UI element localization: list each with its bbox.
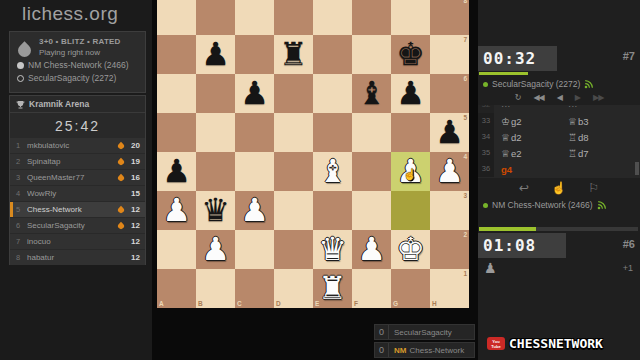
- piece-white-pawn-b2[interactable]: ♟: [196, 230, 235, 269]
- standings-row[interactable]: 5Chess-Network12: [10, 202, 145, 217]
- chess-board[interactable]: 8♟♜♚7♟♝♟6♟5♟♝♟☝♟4♟♛♟3♟♛♟♚2ABCD♜EFG1H: [157, 0, 469, 308]
- broadcast-icon: [597, 200, 607, 210]
- file-label-F: F: [354, 300, 358, 307]
- material-advantage-value: +1: [623, 263, 633, 273]
- square-h7[interactable]: 7: [430, 35, 469, 74]
- streak-flame-icon: [117, 141, 125, 149]
- standing-rank: 5: [16, 205, 27, 214]
- square-d1[interactable]: D: [274, 269, 313, 308]
- square-e4[interactable]: ♝: [313, 152, 352, 191]
- nm-title-badge: NM: [394, 346, 406, 355]
- figurine-icon: ♕: [501, 148, 510, 159]
- black-move[interactable]: ♖d7: [561, 148, 628, 159]
- square-c5[interactable]: [235, 113, 274, 152]
- material-advantage: ♟ +1: [478, 260, 640, 278]
- lichess-logo[interactable]: lichess.org: [22, 3, 118, 25]
- standing-rank: 7: [16, 237, 27, 246]
- cycle-move-button[interactable]: ↻: [515, 93, 521, 102]
- tournament-clock: 25:42: [10, 113, 145, 138]
- piece-black-queen-b3[interactable]: ♛: [196, 191, 235, 230]
- move-text: d2: [511, 132, 522, 143]
- move-text: b3: [578, 116, 589, 127]
- piece-black-bishop-f6[interactable]: ♝: [352, 74, 391, 113]
- file-label-C: C: [237, 300, 242, 307]
- move-text: d7: [578, 148, 589, 159]
- square-g4[interactable]: ♟☝: [391, 152, 430, 191]
- white-move[interactable]: g4: [494, 164, 561, 175]
- rank-label-4: 4: [463, 153, 467, 160]
- black-color-icon: [17, 75, 24, 82]
- black-player-row[interactable]: SecularSagacity (2272): [483, 79, 594, 89]
- black-move[interactable]: ···: [561, 105, 628, 111]
- square-g2[interactable]: ♚: [391, 230, 430, 269]
- online-dot-icon: [483, 203, 488, 208]
- streak-flame-icon: [117, 221, 125, 229]
- square-c1[interactable]: C: [235, 269, 274, 308]
- square-e5[interactable]: [313, 113, 352, 152]
- blitz-flame-icon: [15, 41, 33, 59]
- piece-white-pawn-a3[interactable]: ♟: [157, 191, 196, 230]
- black-clock: 00:32: [478, 46, 557, 71]
- standing-score: 20: [127, 141, 140, 150]
- piece-white-queen-e2[interactable]: ♛: [313, 230, 352, 269]
- file-label-G: G: [393, 300, 398, 307]
- square-d4[interactable]: [274, 152, 313, 191]
- square-b7[interactable]: ♟: [196, 35, 235, 74]
- move-row: 32······: [478, 105, 640, 113]
- standing-player-name: inocuo: [27, 237, 127, 246]
- square-e2[interactable]: ♛: [313, 230, 352, 269]
- square-f7[interactable]: [352, 35, 391, 74]
- rank-label-1: 1: [463, 270, 467, 277]
- score-bar-black[interactable]: 0 SecularSagacity: [374, 324, 475, 340]
- mouse-cursor-icon: ☝: [403, 168, 417, 181]
- move-text: e2: [511, 148, 522, 159]
- next-move-button[interactable]: ▶: [575, 93, 580, 102]
- white-move[interactable]: ♕e2: [494, 148, 561, 159]
- move-row: 33♔g2♕b3: [478, 113, 640, 129]
- square-f8[interactable]: [352, 0, 391, 35]
- square-f3[interactable]: [352, 191, 391, 230]
- square-a1[interactable]: A: [157, 269, 196, 308]
- move-row: 34♕d2♖d8: [478, 129, 640, 145]
- square-a8[interactable]: [157, 0, 196, 35]
- square-f4[interactable]: [352, 152, 391, 191]
- square-e1[interactable]: ♜E: [313, 269, 352, 308]
- standing-rank: 2: [16, 157, 27, 166]
- square-a5[interactable]: [157, 113, 196, 152]
- piece-black-pawn-c6[interactable]: ♟: [235, 74, 274, 113]
- standing-score: 16: [127, 173, 140, 182]
- screen: lichess.org 3+0 • BLITZ • RATED Playing …: [0, 0, 640, 360]
- time-control-label: 3+0 • BLITZ • RATED: [39, 37, 138, 46]
- black-move[interactable]: ♕b3: [561, 116, 628, 127]
- standing-rank: 4: [16, 189, 27, 198]
- piece-white-pawn-f2[interactable]: ♟: [352, 230, 391, 269]
- square-c2[interactable]: [235, 230, 274, 269]
- scrollbar-thumb[interactable]: [635, 162, 639, 175]
- standing-score: 12: [127, 237, 140, 246]
- takeback-button[interactable]: ↩: [519, 181, 529, 195]
- piece-white-king-g2[interactable]: ♚: [391, 230, 430, 269]
- square-d5[interactable]: [274, 113, 313, 152]
- move-number: 33: [478, 113, 494, 129]
- standing-rank: 1: [16, 141, 27, 150]
- move-row: 36g4: [478, 161, 640, 177]
- white-move[interactable]: ···: [494, 105, 561, 111]
- move-text: g2: [511, 116, 522, 127]
- rank-label-3: 3: [463, 192, 467, 199]
- file-label-B: B: [198, 300, 203, 307]
- standings-row[interactable]: 8habatur12: [10, 250, 145, 265]
- standing-player-name: habatur: [27, 253, 127, 262]
- youtube-icon: You Tube: [487, 337, 505, 350]
- square-c8[interactable]: [235, 0, 274, 35]
- square-f6[interactable]: ♝: [352, 74, 391, 113]
- last-move-button[interactable]: ▶▶: [593, 93, 603, 102]
- channel-branding: You Tube CHESSNETWORK: [478, 336, 640, 356]
- standing-player-name: QueenMaster77: [27, 173, 118, 182]
- square-a6[interactable]: [157, 74, 196, 113]
- standing-score: 12: [127, 253, 140, 262]
- piece-black-king-g7[interactable]: ♚: [391, 35, 430, 74]
- white-tournament-standing: #6: [623, 238, 635, 250]
- standings-list: 1mkbulatovic202Spinaltap193QueenMaster77…: [10, 138, 145, 265]
- piece-black-pawn-a4[interactable]: ♟: [157, 152, 196, 191]
- standings-row[interactable]: 1mkbulatovic20: [10, 138, 145, 153]
- square-c6[interactable]: ♟: [235, 74, 274, 113]
- sidebar: lichess.org 3+0 • BLITZ • RATED Playing …: [0, 0, 152, 360]
- score-player-name: NMChess-Network: [389, 346, 464, 355]
- square-d2[interactable]: [274, 230, 313, 269]
- square-h5[interactable]: ♟5: [430, 113, 469, 152]
- resign-button[interactable]: ⚐: [588, 181, 599, 195]
- piece-black-rook-d7[interactable]: ♜: [274, 35, 313, 74]
- move-text: d8: [578, 132, 589, 143]
- square-h8[interactable]: 8: [430, 0, 469, 35]
- file-label-H: H: [432, 300, 437, 307]
- move-text: g4: [501, 164, 512, 175]
- first-move-button[interactable]: ◀◀: [533, 93, 543, 102]
- online-dot-icon: [483, 82, 488, 87]
- figurine-icon: ♔: [501, 116, 510, 127]
- standing-score: 15: [127, 189, 140, 198]
- square-e3[interactable]: [313, 191, 352, 230]
- score-count: 0: [375, 325, 389, 339]
- game-side-panel: 00:32 #7 SecularSagacity (2272) ↻◀◀◀▶▶▶ …: [478, 0, 640, 360]
- tournament-name: Kramnik Arena: [29, 99, 89, 109]
- standing-player-name: mkbulatovic: [27, 141, 118, 150]
- move-number: 36: [478, 161, 494, 177]
- move-navigation: ↻◀◀◀▶▶▶: [478, 91, 640, 104]
- square-f2[interactable]: ♟: [352, 230, 391, 269]
- square-h1[interactable]: 1H: [430, 269, 469, 308]
- white-move[interactable]: ♕d2: [494, 132, 561, 143]
- captured-pawn-icon: ♟: [484, 260, 497, 276]
- square-a4[interactable]: ♟: [157, 152, 196, 191]
- figurine-icon: ♖: [568, 148, 577, 159]
- square-f5[interactable]: [352, 113, 391, 152]
- square-d7[interactable]: ♜: [274, 35, 313, 74]
- move-text: ···: [501, 105, 511, 111]
- square-h3[interactable]: 3: [430, 191, 469, 230]
- rank-label-6: 6: [463, 75, 467, 82]
- rank-label-8: 8: [463, 0, 467, 4]
- standing-player-name: WowRly: [27, 189, 127, 198]
- square-c7[interactable]: [235, 35, 274, 74]
- score-player-name: SecularSagacity: [389, 328, 452, 337]
- black-player-name: SecularSagacity (2272): [492, 79, 580, 89]
- standing-rank: 6: [16, 221, 27, 230]
- white-player-row[interactable]: NM Chess-Network (2466): [17, 60, 138, 70]
- standing-rank: 3: [16, 173, 27, 182]
- tournament-header[interactable]: Kramnik Arena: [10, 96, 145, 113]
- square-b2[interactable]: ♟: [196, 230, 235, 269]
- piece-white-pawn-c3[interactable]: ♟: [235, 191, 274, 230]
- square-g5[interactable]: [391, 113, 430, 152]
- game-info-panel: 3+0 • BLITZ • RATED Playing right now NM…: [9, 31, 146, 93]
- square-e7[interactable]: [313, 35, 352, 74]
- move-number: 35: [478, 145, 494, 161]
- figurine-icon: ♖: [568, 132, 577, 143]
- rank-label-2: 2: [463, 231, 467, 238]
- move-number: 34: [478, 129, 494, 145]
- standing-score: 12: [127, 221, 140, 230]
- standing-score: 12: [127, 205, 140, 214]
- square-g1[interactable]: G: [391, 269, 430, 308]
- standing-score: 19: [127, 157, 140, 166]
- white-player-name: NM Chess-Network (2466): [492, 200, 593, 210]
- standings-row[interactable]: 4WowRly15: [10, 186, 145, 201]
- square-d6[interactable]: [274, 74, 313, 113]
- game-action-buttons: ↩☝⚐: [478, 178, 640, 198]
- file-label-A: A: [159, 300, 164, 307]
- tournament-panel: Kramnik Arena 25:42 1mkbulatovic202Spina…: [9, 95, 146, 265]
- draw-offer-button[interactable]: ☝: [551, 181, 566, 195]
- square-a2[interactable]: [157, 230, 196, 269]
- rank-label-5: 5: [463, 114, 467, 121]
- piece-black-pawn-g6[interactable]: ♟: [391, 74, 430, 113]
- figurine-icon: ♕: [501, 132, 510, 143]
- trophy-icon: [16, 100, 25, 109]
- piece-white-bishop-e4[interactable]: ♝: [313, 152, 352, 191]
- piece-black-pawn-b7[interactable]: ♟: [196, 35, 235, 74]
- game-status-label: Playing right now: [39, 48, 138, 57]
- white-player-name: NM Chess-Network (2466): [28, 60, 129, 70]
- square-g7[interactable]: ♚: [391, 35, 430, 74]
- file-label-E: E: [315, 300, 319, 307]
- black-player-name: SecularSagacity (2272): [28, 73, 116, 83]
- square-g6[interactable]: ♟: [391, 74, 430, 113]
- square-h6[interactable]: 6: [430, 74, 469, 113]
- streak-flame-icon: [117, 173, 125, 181]
- white-player-row[interactable]: NM Chess-Network (2466): [483, 200, 607, 210]
- score-count: 0: [375, 343, 389, 357]
- standings-row[interactable]: 6SecularSagacity12: [10, 218, 145, 233]
- previous-move-button[interactable]: ◀: [557, 93, 562, 102]
- standing-player-name: Chess-Network: [27, 205, 118, 214]
- black-tournament-standing: #7: [623, 50, 635, 62]
- figurine-icon: ♕: [568, 116, 577, 127]
- square-e6[interactable]: [313, 74, 352, 113]
- square-f1[interactable]: F: [352, 269, 391, 308]
- square-g3[interactable]: [391, 191, 430, 230]
- white-color-icon: [17, 62, 24, 69]
- streak-flame-icon: [117, 157, 125, 165]
- square-b6[interactable]: [196, 74, 235, 113]
- channel-name: CHESSNETWORK: [509, 336, 603, 351]
- square-h4[interactable]: ♟4: [430, 152, 469, 191]
- black-player-row[interactable]: SecularSagacity (2272): [17, 73, 138, 83]
- file-label-D: D: [276, 300, 281, 307]
- standing-rank: 8: [16, 253, 27, 262]
- square-g8[interactable]: [391, 0, 430, 35]
- square-d3[interactable]: [274, 191, 313, 230]
- move-row: 35♕e2♖d7: [478, 145, 640, 161]
- square-c3[interactable]: ♟: [235, 191, 274, 230]
- standings-row[interactable]: 7inocuo12: [10, 234, 145, 249]
- white-clock: 01:08: [478, 233, 566, 258]
- white-time-bar: [479, 227, 536, 231]
- square-d8[interactable]: [274, 0, 313, 35]
- square-b5[interactable]: [196, 113, 235, 152]
- black-move[interactable]: ♖d8: [561, 132, 628, 143]
- broadcast-icon: [584, 79, 594, 89]
- square-a7[interactable]: [157, 35, 196, 74]
- square-b3[interactable]: ♛: [196, 191, 235, 230]
- standings-row[interactable]: 3QueenMaster7716: [10, 170, 145, 185]
- score-bar-white[interactable]: 0 NMChess-Network: [374, 342, 475, 358]
- streak-flame-icon: [117, 205, 125, 213]
- square-e8[interactable]: [313, 0, 352, 35]
- square-b1[interactable]: B: [196, 269, 235, 308]
- standings-row[interactable]: 2Spinaltap19: [10, 154, 145, 169]
- black-time-bar: [479, 72, 528, 75]
- square-a3[interactable]: ♟: [157, 191, 196, 230]
- standing-player-name: Spinaltap: [27, 157, 118, 166]
- square-h2[interactable]: 2: [430, 230, 469, 269]
- move-text: ···: [568, 105, 578, 111]
- square-c4[interactable]: [235, 152, 274, 191]
- move-number: 32: [478, 105, 494, 113]
- standing-player-name: SecularSagacity: [27, 221, 118, 230]
- rank-label-7: 7: [463, 36, 467, 43]
- square-b4[interactable]: [196, 152, 235, 191]
- white-move[interactable]: ♔g2: [494, 116, 561, 127]
- move-list: 32······33♔g2♕b334♕d2♖d835♕e2♖d736g4: [478, 105, 640, 178]
- square-b8[interactable]: [196, 0, 235, 35]
